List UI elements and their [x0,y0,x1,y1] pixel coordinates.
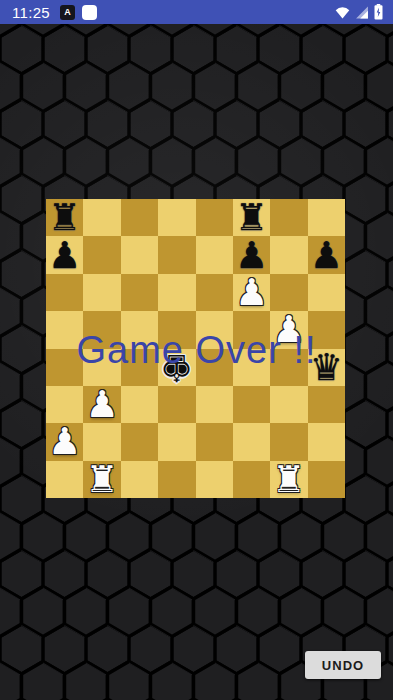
square-c2[interactable] [121,423,158,460]
square-e1[interactable] [196,461,233,498]
square-b3[interactable]: ♟ [83,386,120,423]
square-d3[interactable] [158,386,195,423]
square-e7[interactable] [196,236,233,273]
wifi-icon [335,6,350,19]
square-h2[interactable] [308,423,345,460]
white-rook-g1[interactable]: ♜ [272,461,305,498]
square-b1[interactable]: ♜ [83,461,120,498]
square-a6[interactable] [46,274,83,311]
app-badge-a-icon: A [60,5,75,20]
square-g3[interactable] [270,386,307,423]
battery-charging-icon [374,4,383,20]
square-f2[interactable] [233,423,270,460]
square-h6[interactable] [308,274,345,311]
square-b2[interactable] [83,423,120,460]
white-pawn-b3[interactable]: ♟ [85,386,118,423]
square-d7[interactable] [158,236,195,273]
app-screen: 11:25 A [0,0,393,700]
undo-button[interactable]: UNDO [305,651,381,679]
square-f1[interactable] [233,461,270,498]
square-d8[interactable] [158,199,195,236]
square-d6[interactable] [158,274,195,311]
black-pawn-h7[interactable]: ♟ [310,237,343,274]
square-g6[interactable] [270,274,307,311]
square-g8[interactable] [270,199,307,236]
square-e6[interactable] [196,274,233,311]
square-f3[interactable] [233,386,270,423]
square-h1[interactable] [308,461,345,498]
square-c8[interactable] [121,199,158,236]
square-d2[interactable] [158,423,195,460]
square-a7[interactable]: ♟ [46,236,83,273]
white-rook-b1[interactable]: ♜ [85,461,118,498]
square-b6[interactable] [83,274,120,311]
clock: 11:25 [12,4,50,21]
square-h8[interactable] [308,199,345,236]
square-g7[interactable] [270,236,307,273]
black-pawn-a7[interactable]: ♟ [48,237,81,274]
notification-icons: A [60,5,97,20]
square-b7[interactable] [83,236,120,273]
square-c6[interactable] [121,274,158,311]
square-h7[interactable]: ♟ [308,236,345,273]
square-a8[interactable]: ♜ [46,199,83,236]
game-over-message: Game Over !! [0,329,393,372]
square-d1[interactable] [158,461,195,498]
square-a1[interactable] [46,461,83,498]
system-status-icons [335,4,383,20]
square-g1[interactable]: ♜ [270,461,307,498]
square-a3[interactable] [46,386,83,423]
square-c3[interactable] [121,386,158,423]
square-b8[interactable] [83,199,120,236]
square-f8[interactable]: ♜ [233,199,270,236]
black-rook-f8[interactable]: ♜ [235,199,268,236]
square-e3[interactable] [196,386,233,423]
square-e8[interactable] [196,199,233,236]
square-f7[interactable]: ♟ [233,236,270,273]
white-square-notification-icon [82,5,97,20]
status-bar: 11:25 A [0,0,393,24]
white-pawn-a2[interactable]: ♟ [48,423,81,460]
square-c7[interactable] [121,236,158,273]
black-pawn-f7[interactable]: ♟ [235,237,268,274]
square-f6[interactable]: ♟ [233,274,270,311]
square-c1[interactable] [121,461,158,498]
black-rook-a8[interactable]: ♜ [48,199,81,236]
square-h3[interactable] [308,386,345,423]
square-g2[interactable] [270,423,307,460]
white-pawn-f6[interactable]: ♟ [235,274,268,311]
cellular-signal-icon [355,6,369,19]
square-a2[interactable]: ♟ [46,423,83,460]
square-e2[interactable] [196,423,233,460]
